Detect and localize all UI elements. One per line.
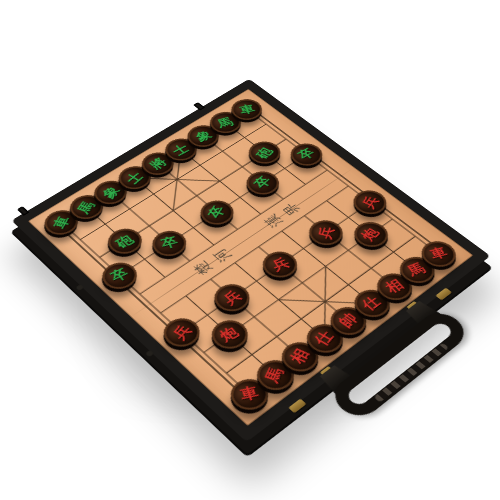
piece-green-卒[interactable]: 卒 (194, 196, 240, 229)
piece-red-兵[interactable]: 兵 (303, 216, 350, 250)
piece-green-卒[interactable]: 卒 (146, 226, 193, 261)
piece-red-兵[interactable]: 兵 (256, 247, 304, 283)
piece-green-卒[interactable]: 卒 (284, 139, 328, 170)
piece-green-卒[interactable]: 卒 (240, 167, 285, 199)
piece-red-兵[interactable]: 兵 (347, 186, 393, 219)
piece-green-卒[interactable]: 卒 (96, 257, 144, 293)
piece-green-砲[interactable]: 砲 (101, 224, 148, 259)
brass-latch-icon[interactable] (288, 399, 306, 414)
product-photo: 楚河 漢界 車馬象士將士象馬車砲砲卒卒卒卒卒兵兵兵兵兵炮炮車馬相仕帥仕相馬車 (0, 0, 500, 500)
hinge-hook-icon (193, 102, 205, 110)
hinge-hook-icon (17, 206, 30, 216)
piece-red-兵[interactable]: 兵 (208, 279, 257, 317)
piece-red-兵[interactable]: 兵 (157, 313, 207, 352)
piece-green-砲[interactable]: 砲 (242, 138, 286, 169)
piece-red-炮[interactable]: 炮 (204, 315, 254, 354)
piece-red-炮[interactable]: 炮 (347, 217, 394, 251)
